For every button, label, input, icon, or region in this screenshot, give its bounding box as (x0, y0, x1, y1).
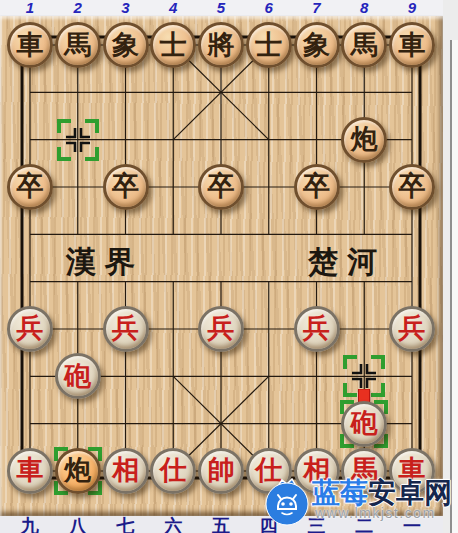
side-panel-edge (450, 40, 458, 533)
red-piece-兵[interactable]: 兵 (389, 306, 435, 352)
blueberry-android-icon (264, 478, 310, 526)
red-piece-仕[interactable]: 仕 (150, 448, 196, 494)
top-file-label-9: 9 (400, 0, 424, 16)
red-piece-兵[interactable]: 兵 (198, 306, 244, 352)
black-piece-象[interactable]: 象 (103, 22, 149, 68)
top-file-label-3: 3 (114, 0, 138, 16)
bottom-file-label-3: 七 (112, 514, 140, 533)
red-piece-帥[interactable]: 帥 (198, 448, 244, 494)
watermark-url: www.lmkjst.com (315, 505, 436, 521)
top-file-label-5: 5 (209, 0, 233, 16)
black-piece-卒[interactable]: 卒 (7, 164, 53, 210)
red-piece-兵[interactable]: 兵 (294, 306, 340, 352)
bottom-file-label-2: 八 (64, 514, 92, 533)
black-piece-車[interactable]: 車 (389, 22, 435, 68)
black-piece-象[interactable]: 象 (294, 22, 340, 68)
black-piece-將[interactable]: 將 (198, 22, 244, 68)
top-file-label-6: 6 (257, 0, 281, 16)
black-piece-卒[interactable]: 卒 (294, 164, 340, 210)
top-file-label-4: 4 (161, 0, 185, 16)
black-piece-馬[interactable]: 馬 (55, 22, 101, 68)
top-file-label-2: 2 (66, 0, 90, 16)
red-piece-砲[interactable]: 砲 (341, 401, 387, 447)
top-file-label-8: 8 (352, 0, 376, 16)
black-piece-卒[interactable]: 卒 (389, 164, 435, 210)
bottom-file-label-1: 九 (16, 514, 44, 533)
black-piece-車[interactable]: 車 (7, 22, 53, 68)
black-piece-士[interactable]: 士 (246, 22, 292, 68)
top-file-label-1: 1 (18, 0, 42, 16)
red-piece-相[interactable]: 相 (103, 448, 149, 494)
red-piece-車[interactable]: 車 (7, 448, 53, 494)
river-text-hanjie: 漢界 (66, 242, 144, 283)
river-text-chuhe: 楚河 (308, 242, 386, 283)
red-piece-砲[interactable]: 砲 (55, 353, 101, 399)
black-piece-卒[interactable]: 卒 (198, 164, 244, 210)
red-piece-兵[interactable]: 兵 (7, 306, 53, 352)
black-piece-炮[interactable]: 炮 (341, 117, 387, 163)
top-file-label-7: 7 (305, 0, 329, 16)
site-watermark: 蓝莓安卓网 www.lmkjst.com (262, 472, 458, 530)
bottom-file-label-4: 六 (159, 514, 187, 533)
bottom-file-label-5: 五 (207, 514, 235, 533)
xiangqi-app-window: 漢界 楚河 123456789九八七六五四三二一 車馬象士將士象馬車炮卒卒卒卒卒… (0, 0, 458, 533)
black-piece-馬[interactable]: 馬 (341, 22, 387, 68)
black-piece-炮[interactable]: 炮 (55, 448, 101, 494)
black-piece-卒[interactable]: 卒 (103, 164, 149, 210)
red-piece-兵[interactable]: 兵 (103, 306, 149, 352)
black-piece-士[interactable]: 士 (150, 22, 196, 68)
